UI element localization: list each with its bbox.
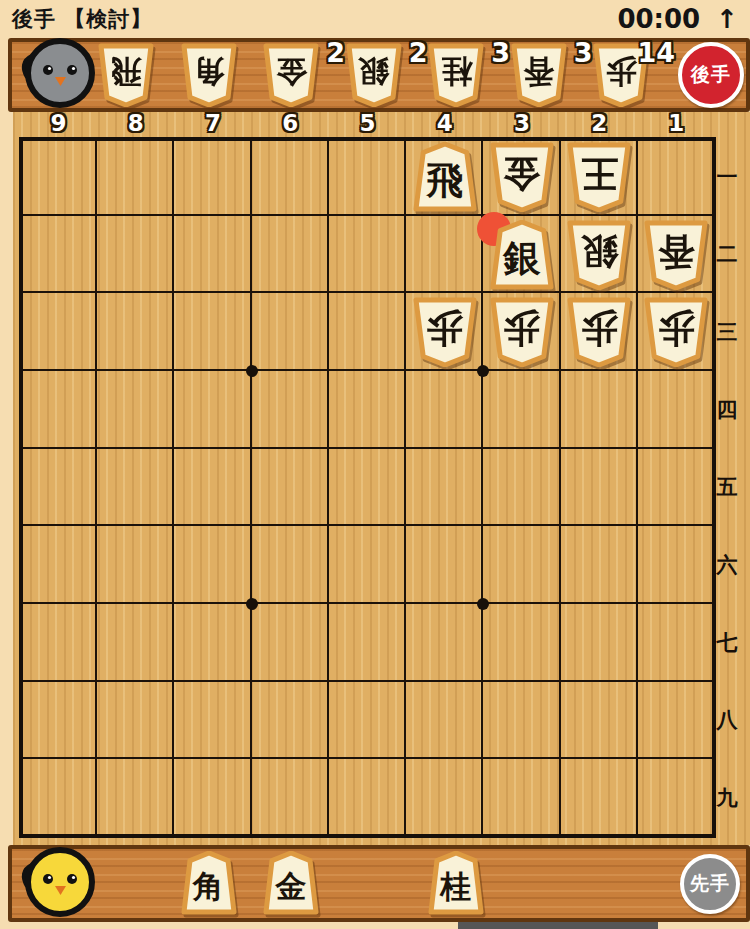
- file-label-4: 4: [406, 110, 483, 136]
- koma-sente-kaku-bishop[interactable]: 角: [181, 851, 237, 915]
- rank-label-3: 三: [712, 293, 742, 371]
- koma-gote-hisha-rook[interactable]: 飛: [98, 43, 154, 107]
- koma-kanji: 歩: [606, 56, 637, 87]
- koma-gote-kin-gold[interactable]: 金: [490, 142, 554, 212]
- koma-gote-ou-king[interactable]: 王: [567, 142, 631, 212]
- gote-hand-slot-kyo-lance: 香3: [511, 43, 567, 107]
- board-pieces: 飛金王銀銀香歩歩歩歩: [20, 138, 715, 837]
- koma-kanji: 角: [193, 871, 224, 902]
- file-label-9: 9: [20, 110, 97, 136]
- sente-hand-slot-kin-gold: 金: [263, 851, 319, 915]
- file-label-8: 8: [97, 110, 174, 136]
- sente-hand-slot-kei-knight: 桂: [428, 851, 484, 915]
- koma-kanji: 金: [276, 871, 307, 902]
- file-labels: 987654321: [20, 112, 715, 138]
- koma-gote-kaku-bishop[interactable]: 角: [181, 43, 237, 107]
- rank-label-7: 七: [712, 604, 742, 682]
- flip-board-arrow-icon[interactable]: ↑: [716, 4, 738, 34]
- koma-gote-kyo-lance[interactable]: 香: [511, 43, 567, 107]
- rank-label-9: 九: [712, 759, 742, 837]
- gote-hand-slot-kaku-bishop: 角: [181, 43, 237, 107]
- koma-kanji: 歩: [581, 310, 618, 347]
- koma-kanji: 香: [658, 233, 695, 270]
- sente-hand-tray: 角金桂 先手: [8, 845, 750, 922]
- gote-hand-slot-fu-pawn: 歩14: [593, 43, 649, 107]
- hand-count: 2: [409, 37, 428, 68]
- koma-gote-fu-pawn[interactable]: 歩: [644, 297, 708, 367]
- rank-label-5: 五: [712, 449, 742, 527]
- koma-kanji: 歩: [503, 310, 540, 347]
- gote-avatar-icon: [20, 37, 96, 113]
- gote-hand-slot-kin-gold: 金2: [263, 43, 319, 107]
- koma-gote-gin-silver[interactable]: 銀: [346, 43, 402, 107]
- koma-kanji: 桂: [441, 56, 472, 87]
- file-label-2: 2: [561, 110, 638, 136]
- koma-kanji: 銀: [358, 56, 389, 87]
- hand-count: 3: [574, 37, 593, 68]
- koma-kanji: 飛: [111, 56, 142, 87]
- sente-hand-slot-kaku-bishop: 角: [181, 851, 237, 915]
- koma-kanji: 香: [523, 56, 554, 87]
- clock: 00:00: [617, 4, 700, 34]
- koma-sente-hisha-rook[interactable]: 飛: [413, 142, 477, 212]
- koma-sente-kin-gold[interactable]: 金: [263, 851, 319, 915]
- koma-kanji: 角: [193, 56, 224, 87]
- top-bar: 後手 【検討】 00:00 ↑: [0, 0, 750, 38]
- koma-gote-kin-gold[interactable]: 金: [263, 43, 319, 107]
- koma-kanji: 金: [503, 155, 540, 192]
- turn-status-text: 後手 【検討】: [12, 5, 152, 33]
- koma-kanji: 銀: [503, 240, 540, 277]
- koma-gote-gin-silver[interactable]: 銀: [567, 220, 631, 290]
- koma-kanji: 銀: [581, 233, 618, 270]
- koma-gote-kei-knight[interactable]: 桂: [428, 43, 484, 107]
- sente-badge: 先手: [680, 854, 740, 914]
- gote-hand-slot-gin-silver: 銀2: [346, 43, 402, 107]
- file-label-1: 1: [638, 110, 715, 136]
- koma-kanji: 歩: [658, 310, 695, 347]
- koma-sente-kei-knight[interactable]: 桂: [428, 851, 484, 915]
- koma-gote-kyo-lance[interactable]: 香: [644, 220, 708, 290]
- koma-kanji: 王: [581, 155, 618, 192]
- koma-kanji: 金: [276, 56, 307, 87]
- koma-sente-gin-silver[interactable]: 銀: [490, 220, 554, 290]
- file-label-5: 5: [329, 110, 406, 136]
- shogi-app: 後手 【検討】 00:00 ↑ 飛角金2銀2桂3香3歩14 後手 9876543…: [0, 0, 750, 929]
- rank-label-6: 六: [712, 526, 742, 604]
- koma-gote-fu-pawn[interactable]: 歩: [567, 297, 631, 367]
- rank-label-1: 一: [712, 138, 742, 216]
- koma-gote-fu-pawn[interactable]: 歩: [490, 297, 554, 367]
- rank-label-4: 四: [712, 371, 742, 449]
- koma-kanji: 歩: [426, 310, 463, 347]
- gote-hand-tray: 飛角金2銀2桂3香3歩14 後手: [8, 38, 750, 112]
- hand-count: 3: [491, 37, 510, 68]
- gote-hand-slot-hisha-rook: 飛: [98, 43, 154, 107]
- rank-labels: 一二三四五六七八九: [712, 138, 742, 837]
- sente-avatar-icon: [20, 846, 96, 922]
- rank-label-8: 八: [712, 682, 742, 760]
- clock-area: 00:00 ↑: [617, 4, 738, 34]
- koma-kanji: 桂: [441, 871, 472, 902]
- hand-count: 14: [637, 37, 675, 68]
- file-label-6: 6: [252, 110, 329, 136]
- rank-label-2: 二: [712, 216, 742, 294]
- koma-gote-fu-pawn[interactable]: 歩: [413, 297, 477, 367]
- file-label-3: 3: [483, 110, 560, 136]
- gote-badge: 後手: [678, 42, 744, 108]
- koma-kanji: 飛: [426, 162, 463, 199]
- shogi-board: 飛金王銀銀香歩歩歩歩: [20, 138, 715, 837]
- file-label-7: 7: [174, 110, 251, 136]
- gote-hand-slot-kei-knight: 桂3: [428, 43, 484, 107]
- snackbar-edge: [458, 922, 658, 929]
- hand-count: 2: [326, 37, 345, 68]
- board-area: 987654321 一二三四五六七八九 飛金王銀銀香歩歩歩歩: [13, 112, 750, 845]
